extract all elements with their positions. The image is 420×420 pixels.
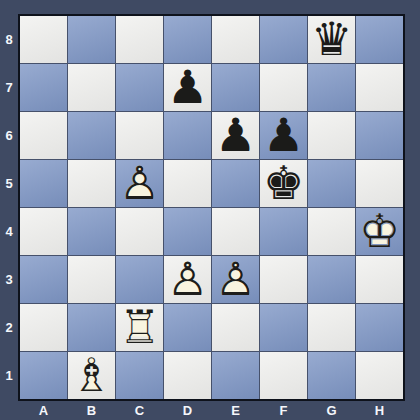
square-b3[interactable] bbox=[68, 256, 115, 303]
square-d1[interactable] bbox=[164, 352, 211, 399]
piece-fill-glyph: ♛ bbox=[311, 16, 352, 63]
square-f3[interactable] bbox=[260, 256, 307, 303]
piece-fill-glyph: ♚ bbox=[263, 160, 304, 207]
rank-label-5: 5 bbox=[0, 160, 18, 207]
square-h2[interactable] bbox=[356, 304, 403, 351]
piece-white-rook[interactable]: ♜♖ bbox=[116, 304, 163, 351]
square-h1[interactable] bbox=[356, 352, 403, 399]
square-f7[interactable] bbox=[260, 64, 307, 111]
square-a3[interactable] bbox=[20, 256, 67, 303]
piece-outline-glyph: ♙ bbox=[167, 256, 208, 303]
square-e6[interactable]: ♟ bbox=[212, 112, 259, 159]
square-g1[interactable] bbox=[308, 352, 355, 399]
file-label-c: C bbox=[116, 403, 163, 420]
file-label-f: F bbox=[260, 403, 307, 420]
square-a8[interactable] bbox=[20, 16, 67, 63]
piece-white-bishop[interactable]: ♝♗ bbox=[68, 352, 115, 399]
piece-black-queen[interactable]: ♛ bbox=[308, 16, 355, 63]
square-a5[interactable] bbox=[20, 160, 67, 207]
chess-board: ♛♟♟♟♟♙♚♚♔♟♙♟♙♜♖♝♗ bbox=[18, 14, 405, 401]
square-b2[interactable] bbox=[68, 304, 115, 351]
square-g4[interactable] bbox=[308, 208, 355, 255]
square-d4[interactable] bbox=[164, 208, 211, 255]
piece-outline-glyph: ♔ bbox=[359, 208, 400, 255]
piece-outline-glyph: ♖ bbox=[119, 304, 160, 351]
square-f2[interactable] bbox=[260, 304, 307, 351]
file-label-e: E bbox=[212, 403, 259, 420]
square-d8[interactable] bbox=[164, 16, 211, 63]
piece-fill-glyph: ♟ bbox=[263, 112, 304, 159]
square-c1[interactable] bbox=[116, 352, 163, 399]
square-g6[interactable] bbox=[308, 112, 355, 159]
rank-label-2: 2 bbox=[0, 304, 18, 351]
square-a6[interactable] bbox=[20, 112, 67, 159]
rank-label-4: 4 bbox=[0, 208, 18, 255]
square-g8[interactable]: ♛ bbox=[308, 16, 355, 63]
piece-outline-glyph: ♗ bbox=[71, 352, 112, 399]
square-c8[interactable] bbox=[116, 16, 163, 63]
square-e3[interactable]: ♟♙ bbox=[212, 256, 259, 303]
chessboard-frame: ♛♟♟♟♟♙♚♚♔♟♙♟♙♜♖♝♗ 87654321ABCDEFGH bbox=[0, 0, 420, 420]
square-f1[interactable] bbox=[260, 352, 307, 399]
square-d6[interactable] bbox=[164, 112, 211, 159]
square-b8[interactable] bbox=[68, 16, 115, 63]
file-label-b: B bbox=[68, 403, 115, 420]
file-label-g: G bbox=[308, 403, 355, 420]
rank-label-8: 8 bbox=[0, 16, 18, 63]
square-f8[interactable] bbox=[260, 16, 307, 63]
rank-label-7: 7 bbox=[0, 64, 18, 111]
square-b5[interactable] bbox=[68, 160, 115, 207]
piece-white-pawn[interactable]: ♟♙ bbox=[212, 256, 259, 303]
piece-black-pawn[interactable]: ♟ bbox=[164, 64, 211, 111]
square-g5[interactable] bbox=[308, 160, 355, 207]
square-g2[interactable] bbox=[308, 304, 355, 351]
square-b1[interactable]: ♝♗ bbox=[68, 352, 115, 399]
square-e5[interactable] bbox=[212, 160, 259, 207]
square-c2[interactable]: ♜♖ bbox=[116, 304, 163, 351]
square-e4[interactable] bbox=[212, 208, 259, 255]
square-c6[interactable] bbox=[116, 112, 163, 159]
piece-white-pawn[interactable]: ♟♙ bbox=[164, 256, 211, 303]
square-g7[interactable] bbox=[308, 64, 355, 111]
square-f4[interactable] bbox=[260, 208, 307, 255]
rank-label-1: 1 bbox=[0, 352, 18, 399]
piece-outline-glyph: ♙ bbox=[119, 160, 160, 207]
square-a2[interactable] bbox=[20, 304, 67, 351]
square-a1[interactable] bbox=[20, 352, 67, 399]
piece-black-pawn[interactable]: ♟ bbox=[260, 112, 307, 159]
rank-label-3: 3 bbox=[0, 256, 18, 303]
square-e7[interactable] bbox=[212, 64, 259, 111]
square-f5[interactable]: ♚ bbox=[260, 160, 307, 207]
square-e1[interactable] bbox=[212, 352, 259, 399]
square-d3[interactable]: ♟♙ bbox=[164, 256, 211, 303]
file-label-a: A bbox=[20, 403, 67, 420]
square-d2[interactable] bbox=[164, 304, 211, 351]
piece-white-king[interactable]: ♚♔ bbox=[356, 208, 403, 255]
piece-outline-glyph: ♙ bbox=[215, 256, 256, 303]
piece-fill-glyph: ♟ bbox=[215, 112, 256, 159]
square-h3[interactable] bbox=[356, 256, 403, 303]
square-a4[interactable] bbox=[20, 208, 67, 255]
file-label-d: D bbox=[164, 403, 211, 420]
square-e2[interactable] bbox=[212, 304, 259, 351]
square-h7[interactable] bbox=[356, 64, 403, 111]
file-label-h: H bbox=[356, 403, 403, 420]
square-c3[interactable] bbox=[116, 256, 163, 303]
square-g3[interactable] bbox=[308, 256, 355, 303]
square-d7[interactable]: ♟ bbox=[164, 64, 211, 111]
square-a7[interactable] bbox=[20, 64, 67, 111]
piece-fill-glyph: ♟ bbox=[167, 64, 208, 111]
rank-label-6: 6 bbox=[0, 112, 18, 159]
square-f6[interactable]: ♟ bbox=[260, 112, 307, 159]
square-h6[interactable] bbox=[356, 112, 403, 159]
square-h8[interactable] bbox=[356, 16, 403, 63]
piece-white-pawn[interactable]: ♟♙ bbox=[116, 160, 163, 207]
square-h4[interactable]: ♚♔ bbox=[356, 208, 403, 255]
square-d5[interactable] bbox=[164, 160, 211, 207]
square-c5[interactable]: ♟♙ bbox=[116, 160, 163, 207]
piece-black-pawn[interactable]: ♟ bbox=[212, 112, 259, 159]
square-c4[interactable] bbox=[116, 208, 163, 255]
square-e8[interactable] bbox=[212, 16, 259, 63]
square-c7[interactable] bbox=[116, 64, 163, 111]
square-b6[interactable] bbox=[68, 112, 115, 159]
square-b7[interactable] bbox=[68, 64, 115, 111]
square-h5[interactable] bbox=[356, 160, 403, 207]
piece-black-king[interactable]: ♚ bbox=[260, 160, 307, 207]
square-b4[interactable] bbox=[68, 208, 115, 255]
